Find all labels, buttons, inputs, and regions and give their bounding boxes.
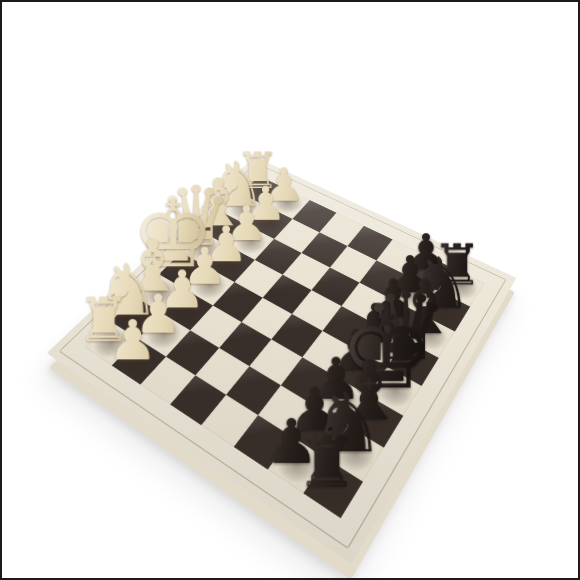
- scene: ♜♟♞♟♝♟♛♟♚♟♟♜♝♟♟♞♞♟♟♝♜♟♟♛♟♚♟♝♟♞♟♜: [2, 2, 578, 578]
- chess-set-photo: rnbqkbnr/pppppppp/8/8/8/8/PPPPPPPP/RNBQK…: [0, 0, 580, 580]
- chess-board: ♜♟♞♟♝♟♛♟♚♟♟♜♝♟♟♞♞♟♟♝♜♟♟♛♟♚♟♝♟♞♟♜: [47, 156, 517, 564]
- white-pawn-icon: ♟: [69, 313, 197, 368]
- black-rook-icon: ♜: [254, 427, 400, 497]
